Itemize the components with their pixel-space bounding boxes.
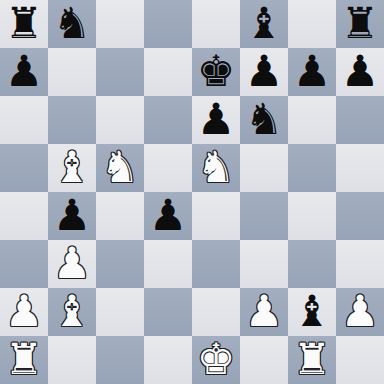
square-c2[interactable] xyxy=(96,288,144,336)
square-h6[interactable] xyxy=(336,96,384,144)
black-rook[interactable]: ♜ xyxy=(341,0,380,47)
square-c3[interactable] xyxy=(96,240,144,288)
square-f3[interactable] xyxy=(240,240,288,288)
square-d4[interactable]: ♟ xyxy=(144,192,192,240)
square-g5[interactable] xyxy=(288,144,336,192)
square-e3[interactable] xyxy=(192,240,240,288)
square-c5[interactable]: ♞ xyxy=(96,144,144,192)
square-h5[interactable] xyxy=(336,144,384,192)
square-a7[interactable]: ♟ xyxy=(0,48,48,96)
square-a3[interactable] xyxy=(0,240,48,288)
square-a1[interactable]: ♜ xyxy=(0,336,48,384)
white-king[interactable]: ♚ xyxy=(197,335,236,383)
square-e2[interactable] xyxy=(192,288,240,336)
square-c4[interactable] xyxy=(96,192,144,240)
square-h3[interactable] xyxy=(336,240,384,288)
black-king[interactable]: ♚ xyxy=(197,47,236,95)
black-pawn[interactable]: ♟ xyxy=(293,47,332,95)
white-pawn[interactable]: ♟ xyxy=(245,287,284,335)
square-h8[interactable]: ♜ xyxy=(336,0,384,48)
square-h4[interactable] xyxy=(336,192,384,240)
black-pawn[interactable]: ♟ xyxy=(149,191,188,239)
square-f5[interactable] xyxy=(240,144,288,192)
square-b1[interactable] xyxy=(48,336,96,384)
white-knight[interactable]: ♞ xyxy=(197,143,236,191)
square-d5[interactable] xyxy=(144,144,192,192)
square-d1[interactable] xyxy=(144,336,192,384)
square-b2[interactable]: ♝ xyxy=(48,288,96,336)
square-c8[interactable] xyxy=(96,0,144,48)
square-f8[interactable]: ♝ xyxy=(240,0,288,48)
square-f6[interactable]: ♞ xyxy=(240,96,288,144)
black-pawn[interactable]: ♟ xyxy=(197,95,236,143)
square-c7[interactable] xyxy=(96,48,144,96)
square-g2[interactable]: ♝ xyxy=(288,288,336,336)
square-e8[interactable] xyxy=(192,0,240,48)
square-g4[interactable] xyxy=(288,192,336,240)
square-g6[interactable] xyxy=(288,96,336,144)
square-d2[interactable] xyxy=(144,288,192,336)
white-pawn[interactable]: ♟ xyxy=(5,287,44,335)
square-f1[interactable] xyxy=(240,336,288,384)
white-bishop[interactable]: ♝ xyxy=(53,287,92,335)
white-knight[interactable]: ♞ xyxy=(101,143,140,191)
square-e5[interactable]: ♞ xyxy=(192,144,240,192)
square-d7[interactable] xyxy=(144,48,192,96)
black-knight[interactable]: ♞ xyxy=(53,0,92,47)
square-g8[interactable] xyxy=(288,0,336,48)
square-g7[interactable]: ♟ xyxy=(288,48,336,96)
square-h2[interactable]: ♟ xyxy=(336,288,384,336)
square-b7[interactable] xyxy=(48,48,96,96)
black-knight[interactable]: ♞ xyxy=(245,95,284,143)
square-h1[interactable] xyxy=(336,336,384,384)
black-pawn[interactable]: ♟ xyxy=(245,47,284,95)
white-rook[interactable]: ♜ xyxy=(293,335,332,383)
square-b8[interactable]: ♞ xyxy=(48,0,96,48)
square-c1[interactable] xyxy=(96,336,144,384)
square-c6[interactable] xyxy=(96,96,144,144)
black-bishop[interactable]: ♝ xyxy=(293,287,332,335)
square-a2[interactable]: ♟ xyxy=(0,288,48,336)
black-pawn[interactable]: ♟ xyxy=(53,191,92,239)
square-d6[interactable] xyxy=(144,96,192,144)
square-a5[interactable] xyxy=(0,144,48,192)
black-pawn[interactable]: ♟ xyxy=(341,47,380,95)
white-pawn[interactable]: ♟ xyxy=(341,287,380,335)
square-d8[interactable] xyxy=(144,0,192,48)
square-b3[interactable]: ♟ xyxy=(48,240,96,288)
square-d3[interactable] xyxy=(144,240,192,288)
white-pawn[interactable]: ♟ xyxy=(53,239,92,287)
square-g3[interactable] xyxy=(288,240,336,288)
square-b6[interactable] xyxy=(48,96,96,144)
square-e6[interactable]: ♟ xyxy=(192,96,240,144)
black-rook[interactable]: ♜ xyxy=(5,0,44,47)
square-f4[interactable] xyxy=(240,192,288,240)
square-g1[interactable]: ♜ xyxy=(288,336,336,384)
black-pawn[interactable]: ♟ xyxy=(5,47,44,95)
square-f7[interactable]: ♟ xyxy=(240,48,288,96)
square-a6[interactable] xyxy=(0,96,48,144)
white-rook[interactable]: ♜ xyxy=(5,335,44,383)
square-h7[interactable]: ♟ xyxy=(336,48,384,96)
square-a8[interactable]: ♜ xyxy=(0,0,48,48)
square-f2[interactable]: ♟ xyxy=(240,288,288,336)
square-e1[interactable]: ♚ xyxy=(192,336,240,384)
square-e7[interactable]: ♚ xyxy=(192,48,240,96)
square-b5[interactable]: ♝ xyxy=(48,144,96,192)
white-bishop[interactable]: ♝ xyxy=(53,143,92,191)
square-a4[interactable] xyxy=(0,192,48,240)
square-b4[interactable]: ♟ xyxy=(48,192,96,240)
black-bishop[interactable]: ♝ xyxy=(245,0,284,47)
square-e4[interactable] xyxy=(192,192,240,240)
chess-board: ♜♞♝♜♟♚♟♟♟♟♞♝♞♞♟♟♟♟♝♟♝♟♜♚♜ xyxy=(0,0,384,384)
